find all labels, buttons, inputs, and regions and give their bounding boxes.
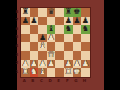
square-e5[interactable] — [55, 34, 64, 43]
file-label-h: H — [80, 79, 89, 83]
square-a4[interactable] — [21, 42, 30, 51]
square-h6[interactable]: ♞ — [81, 25, 90, 34]
square-b7[interactable]: ♟ — [30, 17, 39, 26]
square-c7[interactable] — [38, 17, 47, 26]
square-c4[interactable]: ♝ — [38, 42, 47, 51]
square-h2[interactable]: ♟ — [81, 60, 90, 69]
square-b1[interactable]: ♞ — [30, 68, 39, 77]
square-e6[interactable] — [55, 25, 64, 34]
rank-label-1: 1 — [16, 70, 19, 74]
piece-white-king[interactable]: ♚ — [73, 68, 80, 77]
piece-black-knight[interactable]: ♞ — [82, 25, 89, 34]
square-f5[interactable] — [64, 34, 73, 43]
rank-label-6: 6 — [16, 27, 19, 31]
file-label-c: C — [37, 79, 46, 83]
square-e1[interactable] — [55, 68, 64, 77]
square-h1[interactable] — [81, 68, 90, 77]
letterbox-right — [104, 0, 120, 90]
square-f1[interactable]: ♜ — [64, 68, 73, 77]
piece-black-knight[interactable]: ♞ — [65, 25, 72, 34]
piece-white-bishop[interactable]: ♝ — [39, 68, 46, 77]
square-d8[interactable]: ♛ — [47, 8, 56, 17]
rank-label-3: 3 — [16, 53, 19, 57]
square-e3[interactable] — [55, 51, 64, 60]
piece-white-knight[interactable]: ♞ — [30, 68, 37, 77]
rank-label-4: 4 — [16, 44, 19, 48]
square-a1[interactable]: ♜ — [21, 68, 30, 77]
piece-white-bishop[interactable]: ♝ — [39, 42, 46, 51]
square-c1[interactable]: ♝ — [38, 68, 47, 77]
square-e8[interactable] — [55, 8, 64, 17]
square-a5[interactable] — [21, 34, 30, 43]
square-b6[interactable] — [30, 25, 39, 34]
piece-black-pawn[interactable]: ♟ — [22, 17, 29, 26]
file-label-a: A — [20, 79, 29, 83]
square-e4[interactable] — [55, 42, 64, 51]
square-h5[interactable] — [81, 34, 90, 43]
rank-label-5: 5 — [16, 35, 19, 39]
square-e2[interactable] — [55, 60, 64, 69]
square-b4[interactable] — [30, 42, 39, 51]
square-d1[interactable] — [47, 68, 56, 77]
piece-white-pawn[interactable]: ♟ — [82, 60, 89, 69]
square-g4[interactable] — [73, 42, 82, 51]
file-label-e: E — [54, 79, 63, 83]
square-d2[interactable]: ♟ — [47, 60, 56, 69]
piece-white-pawn[interactable]: ♟ — [47, 60, 54, 69]
rank-label-2: 2 — [16, 61, 19, 65]
piece-white-rook[interactable]: ♜ — [22, 68, 29, 77]
square-a6[interactable] — [21, 25, 30, 34]
app-background: 87654321 ♜♛♜♚♟♟♟♟♟♝♞♞♟♟♝♛♟♟♟♟♟♟♟♜♞♝♜♚ AB… — [0, 0, 120, 90]
square-e7[interactable] — [55, 17, 64, 26]
piece-black-pawn[interactable]: ♟ — [73, 17, 80, 26]
square-g5[interactable] — [73, 34, 82, 43]
square-h4[interactable] — [81, 42, 90, 51]
square-g7[interactable]: ♟ — [73, 17, 82, 26]
piece-black-pawn[interactable]: ♟ — [30, 17, 37, 26]
square-g6[interactable] — [73, 25, 82, 34]
square-f6[interactable]: ♞ — [64, 25, 73, 34]
chess-board: ♜♛♜♚♟♟♟♟♟♝♞♞♟♟♝♛♟♟♟♟♟♟♟♜♞♝♜♚ — [20, 7, 91, 78]
square-a7[interactable]: ♟ — [21, 17, 30, 26]
piece-white-rook[interactable]: ♜ — [65, 68, 72, 77]
square-b5[interactable] — [30, 34, 39, 43]
letterbox-left — [0, 0, 17, 90]
piece-black-queen[interactable]: ♛ — [47, 8, 54, 17]
square-d5[interactable]: ♟ — [47, 34, 56, 43]
square-c8[interactable] — [38, 8, 47, 17]
square-g1[interactable]: ♚ — [73, 68, 82, 77]
file-label-d: D — [46, 79, 55, 83]
file-label-g: G — [72, 79, 81, 83]
file-label-b: B — [29, 79, 38, 83]
piece-white-pawn[interactable]: ♟ — [47, 34, 54, 43]
rank-label-7: 7 — [16, 18, 19, 22]
rank-label-8: 8 — [16, 10, 19, 14]
square-f4[interactable] — [64, 42, 73, 51]
file-label-f: F — [63, 79, 72, 83]
